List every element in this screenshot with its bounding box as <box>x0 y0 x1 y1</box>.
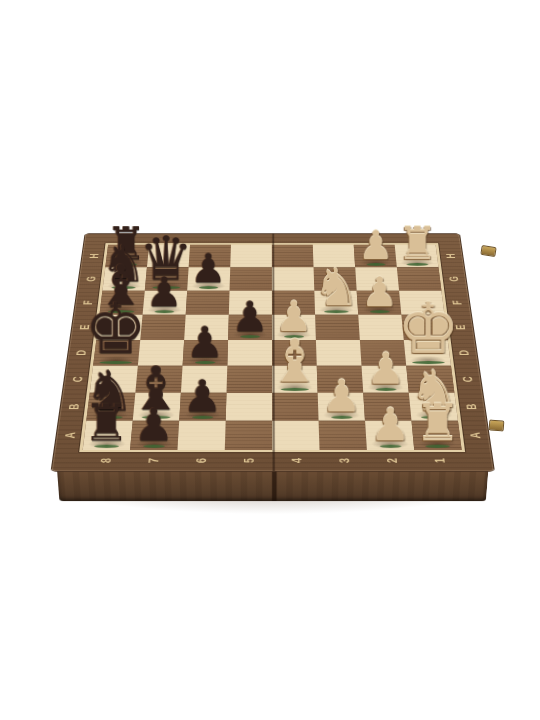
coordinate-file-right-h: H <box>429 249 472 263</box>
square-f7: ♟ <box>143 291 188 315</box>
black-pawn-f7: ♟ <box>146 272 183 313</box>
white-bishop-c4: ♝ <box>268 332 321 391</box>
white-pawn-a2: ♟ <box>370 403 410 448</box>
square-f3: ♞ <box>314 291 358 315</box>
square-a7: ♟ <box>130 421 179 450</box>
white-pawn-f2: ♟ <box>361 272 398 313</box>
white-rook-a1: ♜ <box>415 396 461 448</box>
perspective-scene: ♜♟♜♞♛♟♝♟♞♟♟♟♚♟♚♝♟♞♝♟♟♞♜♟♟♜ 8HH7GG6FF5EE4… <box>0 0 540 720</box>
brass-hinge-lower <box>489 419 505 431</box>
square-c5 <box>226 366 272 393</box>
square-h2: ♟ <box>354 245 397 268</box>
black-pawn-b6: ♟ <box>183 375 223 419</box>
square-d5 <box>227 340 272 366</box>
product-photo-canvas: ♜♟♜♞♛♟♝♟♞♟♟♟♚♟♚♝♟♞♝♟♟♞♜♟♟♜ 8HH7GG6FF5EE4… <box>0 0 540 720</box>
white-pawn-b3: ♟ <box>322 375 362 419</box>
square-b4 <box>272 393 318 421</box>
square-a8: ♜ <box>83 421 133 450</box>
square-a2: ♟ <box>365 421 414 450</box>
black-pawn-d6: ♟ <box>186 321 224 364</box>
fold-seam-front <box>272 471 276 501</box>
square-h4 <box>272 245 314 268</box>
square-f2: ♟ <box>357 291 402 315</box>
square-a5 <box>225 421 272 450</box>
square-d6: ♟ <box>183 340 229 366</box>
square-e3 <box>315 315 360 340</box>
chess-board: ♜♟♜♞♛♟♝♟♞♟♟♟♚♟♚♝♟♞♝♟♟♞♜♟♟♜ 8HH7GG6FF5EE4… <box>52 234 494 471</box>
white-king-d1: ♚ <box>397 294 460 364</box>
square-e5: ♟ <box>228 315 272 340</box>
square-a6 <box>177 421 225 450</box>
square-a1: ♜ <box>411 421 461 450</box>
square-g5 <box>230 267 272 290</box>
square-b3: ♟ <box>318 393 365 421</box>
square-f6 <box>186 291 230 315</box>
coordinate-file-left-g: G <box>69 272 113 286</box>
brass-hinge-upper <box>480 245 496 257</box>
square-b5 <box>226 393 272 421</box>
square-b6: ♟ <box>179 393 226 421</box>
black-pawn-e5: ♟ <box>231 296 269 338</box>
square-h5 <box>230 245 272 268</box>
black-pawn-a7: ♟ <box>134 403 174 448</box>
black-pawn-g6: ♟ <box>190 249 226 289</box>
box-front-face <box>57 471 488 501</box>
square-a3 <box>319 421 367 450</box>
white-knight-f3: ♞ <box>313 261 360 313</box>
coordinate-file-left-h: H <box>72 249 115 263</box>
square-g6: ♟ <box>187 267 230 290</box>
board-frame: ♜♟♜♞♛♟♝♟♞♟♟♟♚♟♚♝♟♞♝♟♟♞♜♟♟♜ 8HH7GG6FF5EE4… <box>52 234 494 471</box>
coordinate-file-right-g: G <box>432 272 476 286</box>
square-g4 <box>272 267 314 290</box>
square-d3 <box>316 340 362 366</box>
square-c2: ♟ <box>361 366 408 393</box>
white-pawn-h2: ♟ <box>358 226 394 266</box>
square-a4 <box>272 421 319 450</box>
white-pawn-c2: ♟ <box>366 348 405 391</box>
square-c4: ♝ <box>272 366 318 393</box>
black-rook-a8: ♜ <box>83 396 129 448</box>
